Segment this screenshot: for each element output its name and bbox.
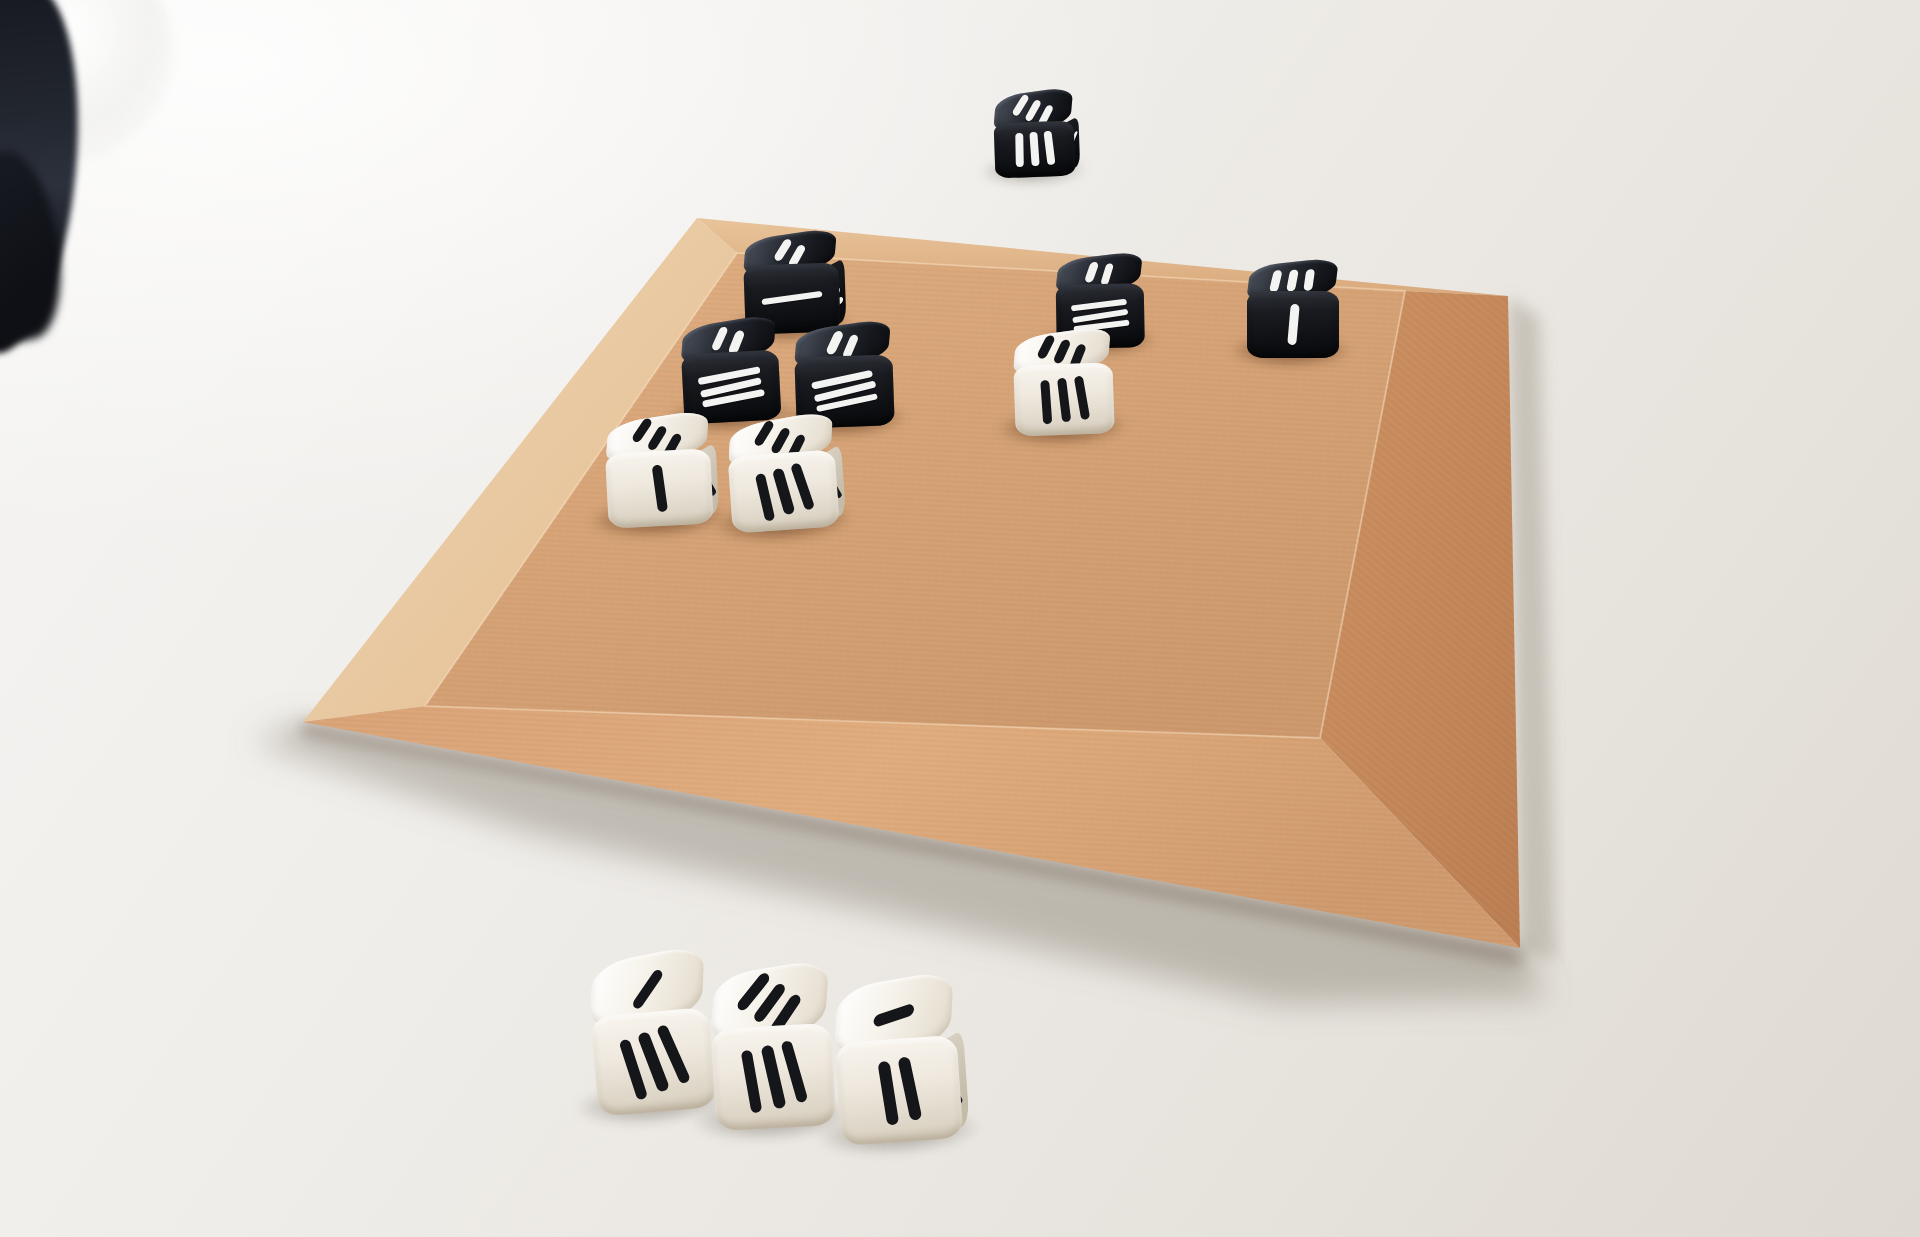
tally-stroke: [1100, 263, 1114, 285]
die-black-b5[interactable]: [794, 323, 895, 428]
tally-stroke: [1036, 335, 1056, 361]
die-white-w5[interactable]: [708, 965, 836, 1131]
tally-stroke: [1286, 269, 1299, 291]
tally-stroke: [1084, 262, 1099, 284]
tally-stroke: [781, 1040, 809, 1104]
die-front-face: [711, 1023, 836, 1131]
tally-stroke: [711, 326, 729, 351]
tally-stroke: [1304, 268, 1316, 291]
tally-mark-group: [835, 1034, 964, 1146]
tally-stroke: [1053, 339, 1072, 364]
tally-stroke: [741, 1050, 763, 1114]
die-black-b3[interactable]: [1247, 262, 1339, 358]
tally-mark-group: [605, 448, 714, 529]
tally-stroke: [1039, 380, 1051, 425]
die-front-face: [605, 448, 714, 529]
tally-stroke: [791, 462, 816, 510]
die-white-w6[interactable]: [830, 976, 963, 1146]
tally-mark-group: [1013, 362, 1114, 437]
die-black-b4[interactable]: [679, 318, 781, 424]
tally-stroke: [873, 1003, 914, 1028]
tally-stroke: [770, 426, 792, 454]
tally-stroke: [753, 419, 776, 447]
tally-stroke: [1043, 132, 1055, 166]
tally-mark-group: [728, 449, 840, 533]
die-white-w3[interactable]: [726, 415, 841, 533]
die-front-face: [1247, 291, 1339, 357]
tally-stroke: [1056, 377, 1071, 422]
tally-stroke: [1269, 270, 1283, 292]
tally-stroke: [1030, 133, 1040, 167]
tally-mark-group: [994, 121, 1076, 178]
die-white-w4[interactable]: [585, 950, 716, 1117]
die-black-b6[interactable]: [993, 91, 1076, 179]
die-front-face: [1013, 362, 1114, 437]
die-front-face: [994, 121, 1076, 178]
tally-mark-group: [711, 1023, 836, 1131]
tally-stroke: [630, 968, 664, 1010]
tally-stroke: [755, 473, 776, 522]
tally-stroke: [898, 1055, 923, 1120]
scene: [0, 0, 1920, 1237]
tally-stroke: [761, 1045, 786, 1109]
tally-stroke: [826, 330, 845, 355]
die-white-w1[interactable]: [1012, 331, 1115, 437]
die-front-face: [728, 449, 840, 533]
tally-stroke: [877, 1060, 898, 1125]
tally-stroke: [762, 291, 823, 306]
tally-stroke: [1287, 304, 1299, 346]
die-front-face: [835, 1034, 964, 1146]
tally-mark-group: [590, 1007, 716, 1117]
die-white-w2[interactable]: [603, 415, 714, 530]
tally-stroke: [1074, 375, 1091, 420]
die-front-face: [590, 1007, 716, 1117]
tally-mark-group: [1247, 291, 1339, 357]
tally-stroke: [651, 465, 667, 513]
tally-stroke: [1016, 134, 1024, 168]
